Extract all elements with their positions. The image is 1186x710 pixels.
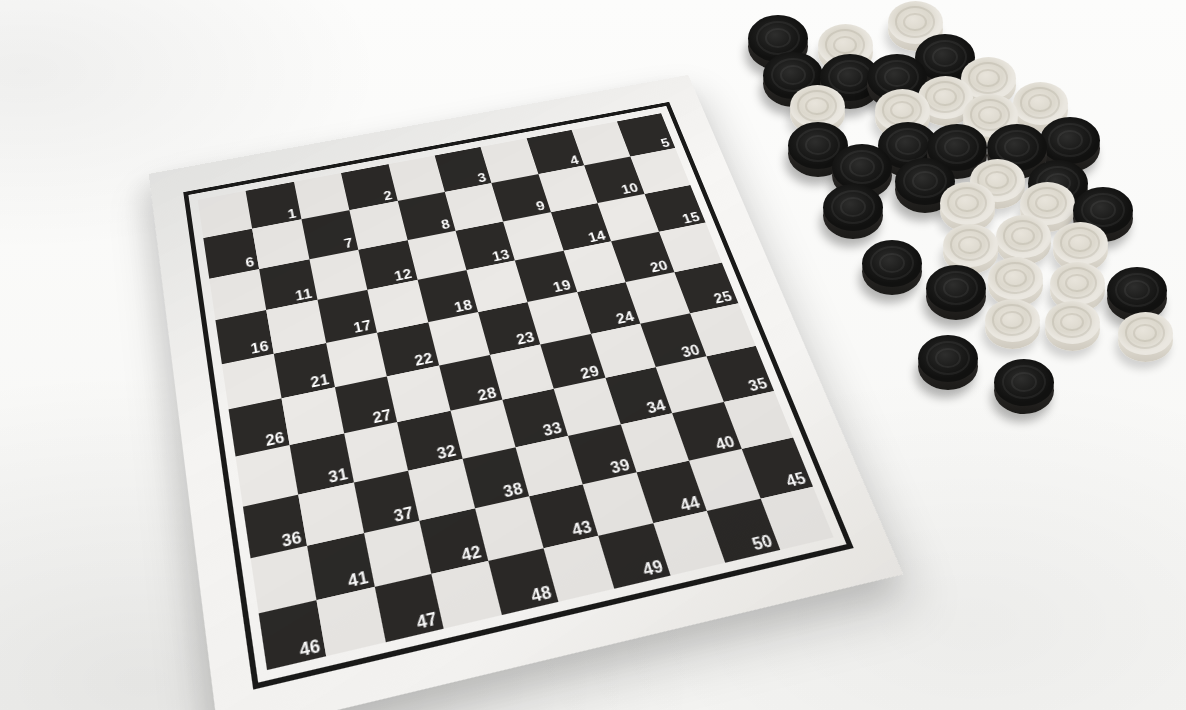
checker-groove-ring <box>1000 311 1023 329</box>
white-checker-top <box>1045 301 1100 344</box>
checker-groove-ring <box>884 67 909 87</box>
white-checker-piece <box>1118 312 1173 355</box>
checker-groove-ring <box>1003 269 1026 287</box>
white-checker-top <box>996 215 1051 258</box>
white-checker-piece <box>985 299 1040 342</box>
black-checker-piece <box>994 359 1054 406</box>
checker-groove-ring <box>934 271 978 306</box>
checker-groove-ring <box>1115 273 1159 308</box>
checker-groove-ring <box>1124 280 1149 300</box>
black-checker-piece <box>1040 117 1100 164</box>
checker-groove-ring <box>943 278 968 298</box>
checker-groove-ring <box>890 101 913 119</box>
black-checker-piece <box>1107 267 1167 314</box>
checker-groove-ring <box>958 236 981 254</box>
checker-groove-ring <box>955 194 978 212</box>
black-checker-piece <box>823 184 883 231</box>
checker-groove-ring <box>935 348 960 368</box>
pieces-pile <box>0 0 1186 710</box>
white-checker-top <box>988 257 1043 300</box>
checker-groove-ring <box>840 150 884 185</box>
checker-groove-ring <box>895 135 920 155</box>
black-checker-piece <box>918 335 978 382</box>
white-checker-top <box>1118 312 1173 355</box>
checker-groove-ring <box>1035 194 1058 212</box>
white-checker-top <box>1053 222 1108 265</box>
checker-groove-ring <box>849 157 874 177</box>
checker-groove-ring <box>978 106 1001 124</box>
white-checker-top <box>1050 262 1105 305</box>
checker-groove-ring <box>840 197 865 217</box>
checker-groove-ring <box>1004 137 1029 157</box>
checker-groove-ring <box>833 36 856 54</box>
black-checker-top <box>926 265 986 312</box>
white-checker-piece <box>1053 222 1108 265</box>
checker-groove-ring <box>968 62 1009 94</box>
checker-groove-ring <box>950 229 991 261</box>
checker-groove-ring <box>925 81 966 113</box>
checker-groove-ring <box>879 253 904 273</box>
checker-groove-ring <box>1125 317 1166 349</box>
checker-groove-ring <box>933 88 956 106</box>
white-checker-top <box>940 182 995 225</box>
checker-groove-ring <box>870 246 914 281</box>
black-checker-top <box>918 335 978 382</box>
checker-groove-ring <box>903 13 926 31</box>
checker-groove-ring <box>1060 227 1101 259</box>
white-checker-piece <box>1045 301 1100 344</box>
checker-groove-ring <box>765 28 790 48</box>
black-checker-top <box>994 359 1054 406</box>
checker-groove-ring <box>1020 87 1061 119</box>
checker-groove-ring <box>1065 274 1088 292</box>
checker-groove-ring <box>944 137 969 157</box>
checker-groove-ring <box>995 262 1036 294</box>
checker-groove-ring <box>805 97 828 115</box>
checker-groove-ring <box>756 21 800 56</box>
checker-groove-ring <box>1048 123 1092 158</box>
white-checker-top <box>985 299 1040 342</box>
checker-groove-ring <box>1052 306 1093 338</box>
checker-groove-ring <box>1003 220 1044 252</box>
photo-backdrop: 1234567891011121314151617181920212223242… <box>0 0 1186 710</box>
checker-groove-ring <box>1057 267 1098 299</box>
black-checker-top <box>823 184 883 231</box>
checker-groove-ring <box>1068 234 1091 252</box>
checker-groove-ring <box>1090 200 1115 220</box>
white-checker-piece <box>940 182 995 225</box>
checker-groove-ring <box>992 304 1033 336</box>
checker-groove-ring <box>926 341 970 376</box>
checker-groove-ring <box>1028 94 1051 112</box>
white-checker-piece <box>996 215 1051 258</box>
checker-groove-ring <box>1011 227 1034 245</box>
checker-groove-ring <box>805 135 830 155</box>
black-checker-top <box>1040 117 1100 164</box>
white-checker-piece <box>988 257 1043 300</box>
black-checker-piece <box>862 240 922 287</box>
black-checker-piece <box>926 265 986 312</box>
checker-groove-ring <box>780 65 805 85</box>
checker-groove-ring <box>1011 372 1036 392</box>
checker-groove-ring <box>947 187 988 219</box>
black-checker-top <box>1107 267 1167 314</box>
checker-groove-ring <box>1060 313 1083 331</box>
checker-groove-ring <box>797 90 838 122</box>
checker-groove-ring <box>1057 130 1082 150</box>
white-checker-piece <box>1050 262 1105 305</box>
checker-groove-ring <box>912 171 937 191</box>
checker-groove-ring <box>932 47 957 67</box>
checker-groove-ring <box>976 69 999 87</box>
black-checker-top <box>862 240 922 287</box>
checker-groove-ring <box>831 190 875 225</box>
checker-groove-ring <box>1002 365 1046 400</box>
checker-groove-ring <box>1133 324 1156 342</box>
